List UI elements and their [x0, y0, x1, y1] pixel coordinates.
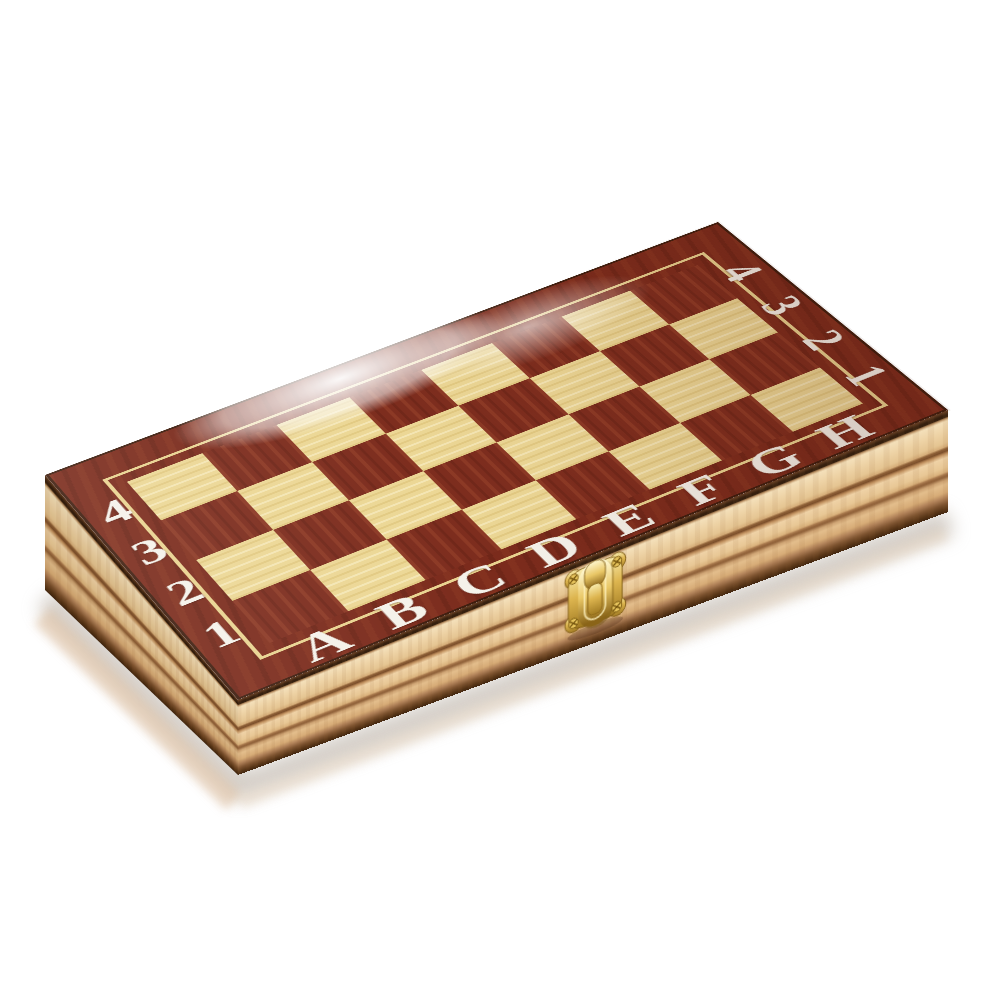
chess-box-photo: ABCDEFGH43214321 [0, 0, 1000, 1000]
latch-hasp [583, 555, 609, 627]
